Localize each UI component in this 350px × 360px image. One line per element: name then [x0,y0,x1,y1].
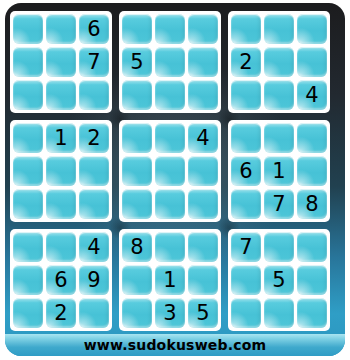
cell-r9c4[interactable] [122,298,152,328]
cell-r8c5[interactable]: 1 [155,265,185,295]
sudoku-board: 6752412461784692813575 [10,11,330,331]
cell-r5c2[interactable] [46,156,76,186]
cell-r5c5[interactable] [155,156,185,186]
cell-r3c2[interactable] [46,80,76,110]
cell-r9c2[interactable]: 2 [46,298,76,328]
cell-r8c4[interactable] [122,265,152,295]
cell-r3c7[interactable] [231,80,261,110]
cell-r6c7[interactable] [231,189,261,219]
cell-r6c6[interactable] [188,189,218,219]
board-box-3: 24 [228,11,330,113]
cell-r4c2[interactable]: 1 [46,123,76,153]
cell-r5c3[interactable] [79,156,109,186]
cell-r9c6[interactable]: 5 [188,298,218,328]
cell-r7c6[interactable] [188,232,218,262]
cell-r5c9[interactable] [297,156,327,186]
cell-r8c6[interactable] [188,265,218,295]
cell-r3c4[interactable] [122,80,152,110]
cell-r1c3[interactable]: 6 [79,14,109,44]
cell-r2c6[interactable] [188,47,218,77]
cell-r1c5[interactable] [155,14,185,44]
cell-r2c1[interactable] [13,47,43,77]
cell-r2c7[interactable]: 2 [231,47,261,77]
cell-r7c7[interactable]: 7 [231,232,261,262]
cell-r9c9[interactable] [297,298,327,328]
cell-r3c3[interactable] [79,80,109,110]
cell-r2c5[interactable] [155,47,185,77]
cell-r2c4[interactable]: 5 [122,47,152,77]
cell-r4c4[interactable] [122,123,152,153]
site-url-link[interactable]: www.sudokusweb.com [84,337,267,353]
cell-r6c5[interactable] [155,189,185,219]
cell-r1c9[interactable] [297,14,327,44]
cell-r4c9[interactable] [297,123,327,153]
cell-r9c3[interactable] [79,298,109,328]
cell-r6c4[interactable] [122,189,152,219]
board-box-9: 75 [228,229,330,331]
cell-r6c1[interactable] [13,189,43,219]
cell-r6c2[interactable] [46,189,76,219]
cell-r7c9[interactable] [297,232,327,262]
cell-r3c8[interactable] [264,80,294,110]
cell-r8c2[interactable]: 6 [46,265,76,295]
cell-r5c1[interactable] [13,156,43,186]
cell-r1c4[interactable] [122,14,152,44]
cell-r5c8[interactable]: 1 [264,156,294,186]
cell-r2c2[interactable] [46,47,76,77]
board-box-2: 5 [119,11,221,113]
board-box-7: 4692 [10,229,112,331]
cell-r2c9[interactable] [297,47,327,77]
board-box-4: 12 [10,120,112,222]
cell-r5c7[interactable]: 6 [231,156,261,186]
board-box-1: 67 [10,11,112,113]
cell-r9c1[interactable] [13,298,43,328]
cell-r4c3[interactable]: 2 [79,123,109,153]
board-box-6: 6178 [228,120,330,222]
cell-r9c5[interactable]: 3 [155,298,185,328]
board-box-5: 4 [119,120,221,222]
cell-r2c3[interactable]: 7 [79,47,109,77]
cell-r7c4[interactable]: 8 [122,232,152,262]
cell-r1c1[interactable] [13,14,43,44]
cell-r1c7[interactable] [231,14,261,44]
cell-r7c1[interactable] [13,232,43,262]
cell-r3c5[interactable] [155,80,185,110]
cell-r9c7[interactable] [231,298,261,328]
cell-r8c9[interactable] [297,265,327,295]
cell-r1c2[interactable] [46,14,76,44]
cell-r7c5[interactable] [155,232,185,262]
cell-r4c8[interactable] [264,123,294,153]
cell-r6c8[interactable]: 7 [264,189,294,219]
cell-r3c6[interactable] [188,80,218,110]
cell-r1c8[interactable] [264,14,294,44]
cell-r4c1[interactable] [13,123,43,153]
board-box-8: 8135 [119,229,221,331]
footer-bar: www.sudokusweb.com [5,334,345,356]
sudoku-widget: 6752412461784692813575 www.sudokusweb.co… [0,0,350,360]
cell-r7c3[interactable]: 4 [79,232,109,262]
cell-r8c1[interactable] [13,265,43,295]
cell-r2c8[interactable] [264,47,294,77]
cell-r6c3[interactable] [79,189,109,219]
cell-r8c7[interactable] [231,265,261,295]
cell-r8c8[interactable]: 5 [264,265,294,295]
cell-r4c6[interactable]: 4 [188,123,218,153]
cell-r6c9[interactable]: 8 [297,189,327,219]
cell-r3c9[interactable]: 4 [297,80,327,110]
cell-r4c7[interactable] [231,123,261,153]
cell-r8c3[interactable]: 9 [79,265,109,295]
cell-r7c8[interactable] [264,232,294,262]
cell-r4c5[interactable] [155,123,185,153]
cell-r9c8[interactable] [264,298,294,328]
cell-r7c2[interactable] [46,232,76,262]
cell-r1c6[interactable] [188,14,218,44]
cell-r5c6[interactable] [188,156,218,186]
cell-r3c1[interactable] [13,80,43,110]
cell-r5c4[interactable] [122,156,152,186]
